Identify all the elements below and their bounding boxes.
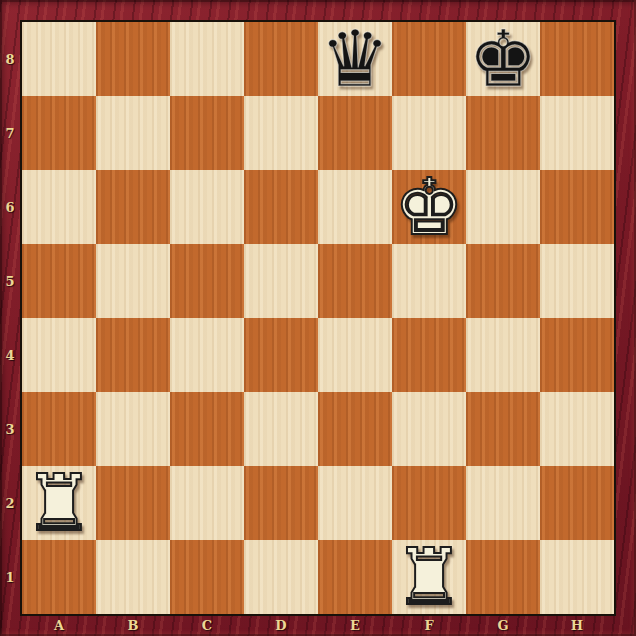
file-labels: ABCDEFGH — [22, 614, 614, 636]
square-d7[interactable] — [244, 96, 318, 170]
rank-label-7: 7 — [0, 96, 20, 170]
rank-label-6: 6 — [0, 170, 20, 244]
square-b2[interactable] — [96, 466, 170, 540]
piece-white-rook-a2[interactable]: ♜ — [24, 466, 94, 540]
square-f3[interactable] — [392, 392, 466, 466]
rank-labels: 87654321 — [0, 22, 20, 614]
square-f7[interactable] — [392, 96, 466, 170]
square-a8[interactable] — [22, 22, 96, 96]
square-h7[interactable] — [540, 96, 614, 170]
file-label-h: H — [540, 614, 614, 636]
file-label-c: C — [170, 614, 244, 636]
square-c6[interactable] — [170, 170, 244, 244]
square-f2[interactable] — [392, 466, 466, 540]
square-h1[interactable] — [540, 540, 614, 614]
square-f4[interactable] — [392, 318, 466, 392]
rank-label-8: 8 — [0, 22, 20, 96]
square-d2[interactable] — [244, 466, 318, 540]
square-d4[interactable] — [244, 318, 318, 392]
square-h4[interactable] — [540, 318, 614, 392]
file-label-f: F — [392, 614, 466, 636]
square-b1[interactable] — [96, 540, 170, 614]
square-g2[interactable] — [466, 466, 540, 540]
square-d1[interactable] — [244, 540, 318, 614]
square-e3[interactable] — [318, 392, 392, 466]
square-c8[interactable] — [170, 22, 244, 96]
square-h8[interactable] — [540, 22, 614, 96]
square-d8[interactable] — [244, 22, 318, 96]
square-f8[interactable] — [392, 22, 466, 96]
square-a3[interactable] — [22, 392, 96, 466]
square-b6[interactable] — [96, 170, 170, 244]
square-g7[interactable] — [466, 96, 540, 170]
square-b8[interactable] — [96, 22, 170, 96]
piece-white-rook-f1[interactable]: ♜ — [394, 540, 464, 614]
square-a5[interactable] — [22, 244, 96, 318]
rank-label-4: 4 — [0, 318, 20, 392]
rank-label-1: 1 — [0, 540, 20, 614]
piece-black-king-g8[interactable]: ♚ — [468, 22, 538, 96]
chess-board: ♛♚♚♜♜ — [20, 20, 616, 616]
square-a6[interactable] — [22, 170, 96, 244]
square-b3[interactable] — [96, 392, 170, 466]
file-label-a: A — [22, 614, 96, 636]
square-f1[interactable]: ♜ — [392, 540, 466, 614]
square-g6[interactable] — [466, 170, 540, 244]
square-c7[interactable] — [170, 96, 244, 170]
square-e1[interactable] — [318, 540, 392, 614]
square-c1[interactable] — [170, 540, 244, 614]
square-e4[interactable] — [318, 318, 392, 392]
square-e6[interactable] — [318, 170, 392, 244]
square-d3[interactable] — [244, 392, 318, 466]
square-b4[interactable] — [96, 318, 170, 392]
rank-label-5: 5 — [0, 244, 20, 318]
square-h6[interactable] — [540, 170, 614, 244]
file-label-b: B — [96, 614, 170, 636]
square-a2[interactable]: ♜ — [22, 466, 96, 540]
rank-label-3: 3 — [0, 392, 20, 466]
square-a1[interactable] — [22, 540, 96, 614]
square-a4[interactable] — [22, 318, 96, 392]
square-d5[interactable] — [244, 244, 318, 318]
square-a7[interactable] — [22, 96, 96, 170]
square-g4[interactable] — [466, 318, 540, 392]
square-f5[interactable] — [392, 244, 466, 318]
file-label-e: E — [318, 614, 392, 636]
square-e7[interactable] — [318, 96, 392, 170]
piece-black-queen-e8[interactable]: ♛ — [320, 22, 390, 96]
file-label-d: D — [244, 614, 318, 636]
square-d6[interactable] — [244, 170, 318, 244]
square-g1[interactable] — [466, 540, 540, 614]
square-c4[interactable] — [170, 318, 244, 392]
square-g5[interactable] — [466, 244, 540, 318]
chess-board-frame: 87654321 ♛♚♚♜♜ ABCDEFGH — [0, 0, 636, 636]
square-c3[interactable] — [170, 392, 244, 466]
square-e8[interactable]: ♛ — [318, 22, 392, 96]
rank-label-2: 2 — [0, 466, 20, 540]
square-h5[interactable] — [540, 244, 614, 318]
square-e2[interactable] — [318, 466, 392, 540]
square-b5[interactable] — [96, 244, 170, 318]
piece-white-king-f6[interactable]: ♚ — [394, 170, 464, 244]
square-e5[interactable] — [318, 244, 392, 318]
square-h3[interactable] — [540, 392, 614, 466]
square-c2[interactable] — [170, 466, 244, 540]
square-g8[interactable]: ♚ — [466, 22, 540, 96]
square-h2[interactable] — [540, 466, 614, 540]
square-b7[interactable] — [96, 96, 170, 170]
square-c5[interactable] — [170, 244, 244, 318]
square-f6[interactable]: ♚ — [392, 170, 466, 244]
square-g3[interactable] — [466, 392, 540, 466]
file-label-g: G — [466, 614, 540, 636]
